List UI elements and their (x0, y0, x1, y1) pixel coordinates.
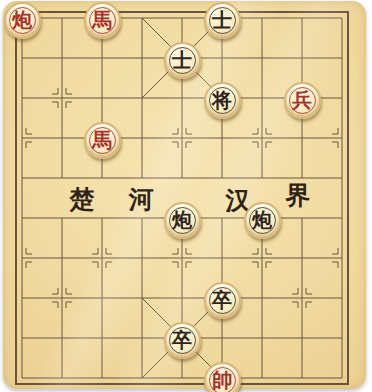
piece-glyph: 将 (206, 84, 239, 117)
piece-black-general[interactable]: 将 (202, 78, 242, 118)
piece-black-advisor[interactable]: 士 (202, 0, 242, 38)
piece-black-soldier[interactable]: 卒 (162, 318, 202, 358)
piece-disc: 馬 (84, 2, 121, 39)
piece-glyph: 士 (166, 44, 199, 77)
piece-glyph: 炮 (246, 204, 279, 237)
piece-black-cannon[interactable]: 炮 (242, 198, 282, 238)
piece-disc: 卒 (164, 322, 201, 359)
piece-black-cannon[interactable]: 炮 (162, 198, 202, 238)
piece-glyph: 兵 (286, 84, 319, 117)
piece-red-horse[interactable]: 馬 (82, 0, 122, 38)
piece-black-advisor[interactable]: 士 (162, 38, 202, 78)
piece-glyph: 卒 (166, 324, 199, 357)
piece-glyph: 帥 (206, 364, 239, 392)
piece-red-general[interactable]: 帥 (202, 358, 242, 392)
piece-glyph: 卒 (206, 284, 239, 317)
piece-disc: 炮 (164, 202, 201, 239)
piece-black-soldier[interactable]: 卒 (202, 278, 242, 318)
piece-disc: 炮 (4, 2, 41, 39)
pieces-layer: 炮馬士士将兵馬炮炮卒卒帥 (2, 0, 362, 392)
piece-disc: 馬 (84, 122, 121, 159)
piece-disc: 士 (204, 2, 241, 39)
piece-glyph: 炮 (166, 204, 199, 237)
piece-red-soldier[interactable]: 兵 (282, 78, 322, 118)
piece-red-horse[interactable]: 馬 (82, 118, 122, 158)
app-window: { "game": "xiangqi", "board": { "columns… (0, 0, 372, 392)
piece-glyph: 馬 (86, 4, 119, 37)
piece-disc: 兵 (284, 82, 321, 119)
piece-disc: 卒 (204, 282, 241, 319)
xiangqi-board[interactable]: 楚 河 汉 界 炮馬士士将兵馬炮炮卒卒帥 (3, 1, 366, 389)
piece-disc: 炮 (244, 202, 281, 239)
piece-disc: 士 (164, 42, 201, 79)
piece-disc: 将 (204, 82, 241, 119)
piece-glyph: 馬 (86, 124, 119, 157)
piece-red-cannon[interactable]: 炮 (2, 0, 42, 38)
piece-glyph: 士 (206, 4, 239, 37)
piece-glyph: 炮 (6, 4, 39, 37)
piece-disc: 帥 (204, 362, 241, 392)
